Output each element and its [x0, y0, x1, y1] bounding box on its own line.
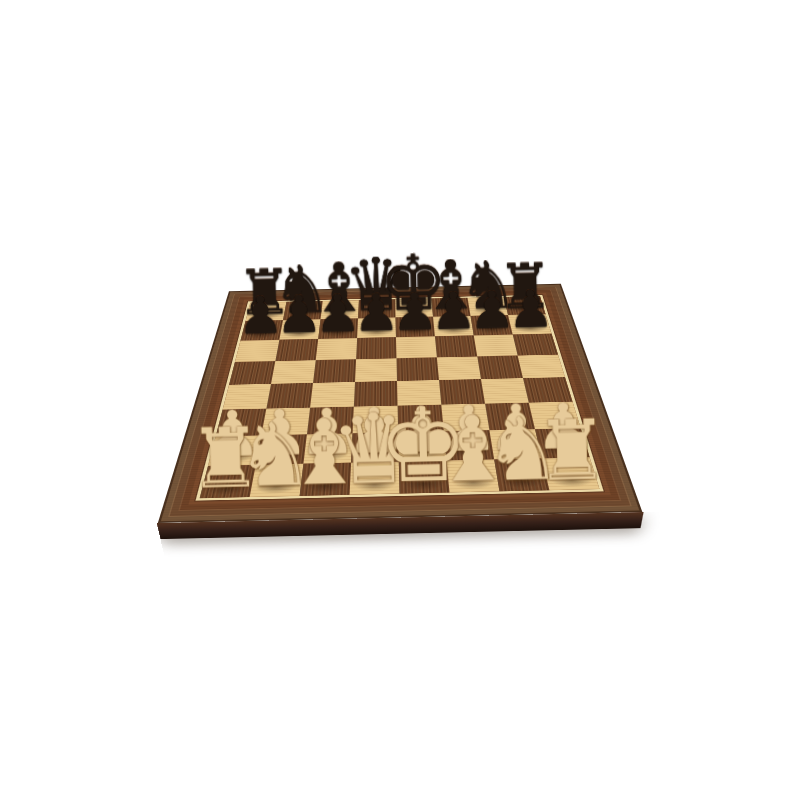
board-frame: ♜♞♝♛♚♝♞♜♟♟♟♟♟♟♟♟♟♟♟♟♟♟♟♟♜♞♝♛♚♝♞♜ [158, 284, 643, 523]
square-b5[interactable] [271, 360, 316, 384]
square-h5[interactable] [518, 355, 565, 379]
square-d5[interactable] [355, 358, 397, 382]
square-c6[interactable] [316, 338, 357, 360]
square-a5[interactable] [229, 361, 275, 385]
square-g6[interactable] [474, 335, 518, 357]
square-g5[interactable] [477, 355, 523, 379]
board-inlay-border: ♜♞♝♛♚♝♞♜♟♟♟♟♟♟♟♟♟♟♟♟♟♟♟♟♜♞♝♛♚♝♞♜ [196, 295, 604, 501]
square-b1[interactable]: ♞ [250, 464, 304, 497]
square-f6[interactable] [435, 335, 477, 357]
square-e7[interactable]: ♟ [396, 317, 435, 337]
square-c5[interactable] [313, 359, 356, 383]
square-f7[interactable]: ♟ [433, 316, 474, 336]
square-a6[interactable] [235, 340, 279, 362]
square-e6[interactable] [396, 336, 437, 358]
square-d6[interactable] [356, 337, 396, 359]
square-h6[interactable] [513, 334, 558, 356]
square-f5[interactable] [437, 356, 481, 380]
square-g7[interactable]: ♟ [471, 315, 513, 335]
white-knight-g1[interactable]: ♞ [483, 414, 563, 486]
square-d7[interactable]: ♟ [357, 318, 396, 338]
square-c7[interactable]: ♟ [318, 318, 358, 338]
square-h7[interactable]: ♟ [508, 314, 551, 334]
square-g1[interactable]: ♞ [494, 458, 549, 491]
square-e5[interactable] [396, 357, 439, 381]
white-knight-b1[interactable]: ♞ [235, 419, 315, 491]
chess-board: ♜♞♝♛♚♝♞♜♟♟♟♟♟♟♟♟♟♟♟♟♟♟♟♟♜♞♝♛♚♝♞♜ [158, 284, 643, 523]
chessboard-scene: ♜♞♝♛♚♝♞♜♟♟♟♟♟♟♟♟♟♟♟♟♟♟♟♟♜♞♝♛♚♝♞♜ [196, 180, 599, 583]
square-b6[interactable] [275, 339, 318, 361]
black-pawn-h7[interactable]: ♟ [507, 289, 554, 331]
board-grid: ♜♞♝♛♚♝♞♜♟♟♟♟♟♟♟♟♟♟♟♟♟♟♟♟♜♞♝♛♚♝♞♜ [200, 296, 600, 498]
product-photo: ♜♞♝♛♚♝♞♜♟♟♟♟♟♟♟♟♟♟♟♟♟♟♟♟♜♞♝♛♚♝♞♜ [0, 0, 800, 800]
